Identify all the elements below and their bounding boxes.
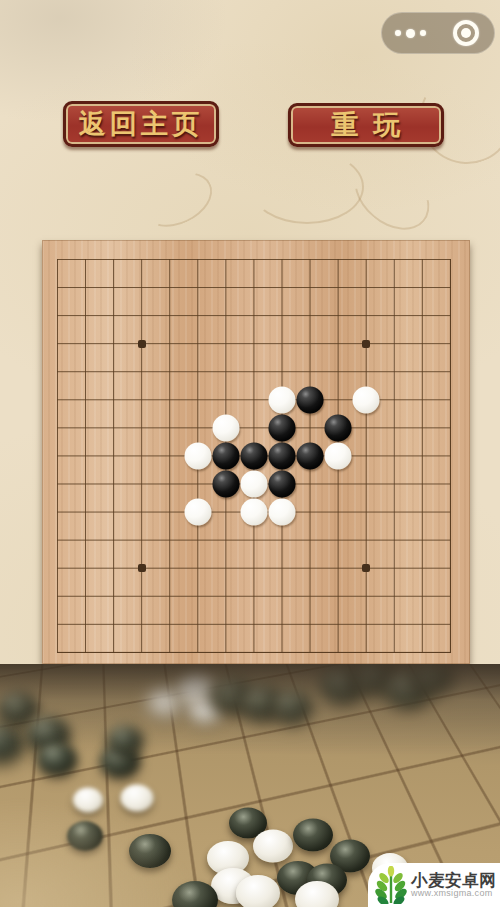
photo-white-stone [73, 788, 103, 813]
white-stone [184, 499, 211, 526]
watermark-site-url: www.xmsigma.com [411, 889, 496, 898]
cloud-swirl-decoration [133, 162, 221, 238]
photo-black-stone [107, 725, 143, 755]
more-menu-button[interactable] [382, 13, 438, 53]
gomoku-game-screen: 返回主页 重玩 小麦安卓网 www.xmsigma.com [0, 0, 500, 907]
gomoku-board[interactable] [42, 240, 470, 664]
exit-button[interactable] [438, 13, 494, 53]
black-stone [269, 414, 296, 441]
miniprogram-capsule [381, 12, 495, 54]
white-stone [269, 386, 296, 413]
wheat-icon [374, 866, 408, 904]
star-point [138, 564, 146, 572]
photo-black-stone [67, 821, 103, 851]
black-stone [269, 442, 296, 469]
watermark: 小麦安卓网 www.xmsigma.com [368, 863, 500, 907]
photo-black-stone [129, 834, 171, 868]
photo-white-stone [253, 830, 293, 863]
white-stone [325, 442, 352, 469]
black-stone [212, 442, 239, 469]
photo-white-stone [236, 875, 280, 907]
white-stone [269, 499, 296, 526]
white-stone [212, 414, 239, 441]
white-stone [240, 499, 267, 526]
replay-button[interactable]: 重玩 [288, 103, 444, 147]
star-point [362, 340, 370, 348]
watermark-text: 小麦安卓网 www.xmsigma.com [411, 872, 496, 899]
star-point [362, 564, 370, 572]
black-stone [297, 442, 324, 469]
black-stone [269, 471, 296, 498]
white-stone [353, 386, 380, 413]
white-stone [184, 442, 211, 469]
black-stone [297, 386, 324, 413]
photo-black-stone [272, 690, 312, 723]
photo-white-stone [121, 785, 154, 812]
return-home-button[interactable]: 返回主页 [63, 101, 219, 147]
star-point [138, 340, 146, 348]
black-stone [240, 442, 267, 469]
ellipsis-icon [395, 29, 426, 38]
photo-black-stone [293, 819, 333, 852]
watermark-site-name: 小麦安卓网 [411, 872, 496, 889]
cloud-swirl-decoration [341, 145, 443, 244]
photo-black-stone [37, 743, 77, 776]
cloud-swirl-decoration [250, 150, 364, 224]
black-stone [212, 471, 239, 498]
black-stone [325, 414, 352, 441]
board-grid[interactable] [57, 259, 451, 653]
record-icon [453, 20, 479, 46]
white-stone [240, 471, 267, 498]
